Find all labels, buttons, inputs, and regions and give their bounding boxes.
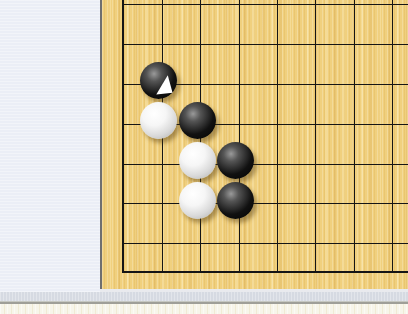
stone-white <box>140 102 177 139</box>
grid-line <box>315 0 316 273</box>
triangle-marker-icon <box>140 62 177 99</box>
grid-line <box>392 0 393 273</box>
stone-black <box>217 142 254 179</box>
grid-line <box>122 271 408 273</box>
grid-line <box>122 0 124 273</box>
stone-black <box>217 182 254 219</box>
grid-line <box>354 0 355 273</box>
grid-line <box>122 164 408 165</box>
grid-line <box>277 0 278 273</box>
side-panel <box>0 0 100 292</box>
bottom-status-strip <box>0 304 408 314</box>
grid-line <box>122 203 408 204</box>
stone-white <box>179 142 216 179</box>
grid-line <box>122 4 408 5</box>
stone-black-marked <box>140 62 177 99</box>
app-window <box>0 0 408 314</box>
grid-line <box>122 243 408 244</box>
grid-line <box>239 0 240 273</box>
stone-black <box>179 102 216 139</box>
grid-line <box>122 44 408 45</box>
go-board-surface[interactable] <box>102 0 408 289</box>
lower-gray-strip <box>0 292 408 301</box>
stone-white <box>179 182 216 219</box>
